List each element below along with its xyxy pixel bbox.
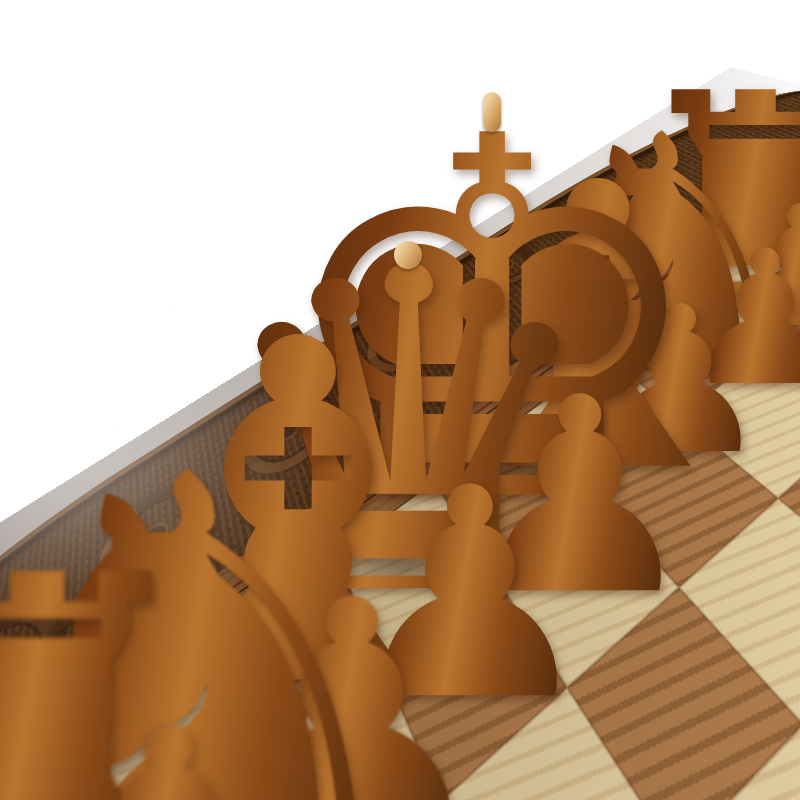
piece-pawn-b2[interactable]: ♟ — [26, 686, 310, 800]
king-finial — [483, 92, 501, 132]
chess-photo-scene: Ց Ց ♜♞♝♛♚♝♞♜♟♟♟♟♟♟♟ — [0, 0, 800, 800]
pieces-layer: ♜♞♝♛♚♝♞♜♟♟♟♟♟♟♟ — [0, 0, 800, 800]
